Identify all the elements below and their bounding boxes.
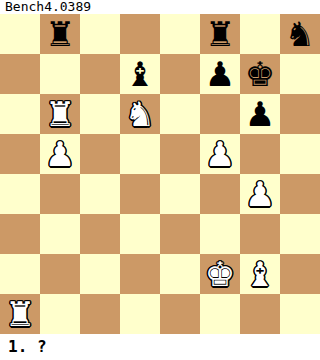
- square-e6[interactable]: [160, 94, 200, 134]
- piece-black-rook[interactable]: ♜: [205, 14, 235, 54]
- square-c7[interactable]: [80, 54, 120, 94]
- square-d5[interactable]: [120, 134, 160, 174]
- square-f5[interactable]: ♟: [200, 134, 240, 174]
- square-b6[interactable]: ♜: [40, 94, 80, 134]
- square-c3[interactable]: [80, 214, 120, 254]
- square-f1[interactable]: [200, 294, 240, 334]
- square-d6[interactable]: ♞: [120, 94, 160, 134]
- square-d3[interactable]: [120, 214, 160, 254]
- square-c1[interactable]: [80, 294, 120, 334]
- square-g7[interactable]: ♚: [240, 54, 280, 94]
- chess-board: ♜♜♞♝♟♚♜♞♟♟♟♟♚♝♜: [0, 14, 320, 334]
- square-e2[interactable]: [160, 254, 200, 294]
- square-f4[interactable]: [200, 174, 240, 214]
- square-g2[interactable]: ♝: [240, 254, 280, 294]
- square-a5[interactable]: [0, 134, 40, 174]
- chess-app-window: Bench4.0389 ♜♜♞♝♟♚♜♞♟♟♟♟♚♝♜ 1. ?: [0, 0, 320, 360]
- square-b2[interactable]: [40, 254, 80, 294]
- square-d8[interactable]: [120, 14, 160, 54]
- piece-white-knight[interactable]: ♞: [125, 94, 155, 134]
- piece-black-rook[interactable]: ♜: [45, 14, 75, 54]
- piece-black-pawn[interactable]: ♟: [205, 54, 235, 94]
- square-h2[interactable]: [280, 254, 320, 294]
- piece-white-rook[interactable]: ♜: [5, 294, 35, 334]
- square-c8[interactable]: [80, 14, 120, 54]
- piece-black-knight[interactable]: ♞: [285, 14, 315, 54]
- square-h4[interactable]: [280, 174, 320, 214]
- square-h3[interactable]: [280, 214, 320, 254]
- square-c6[interactable]: [80, 94, 120, 134]
- square-e7[interactable]: [160, 54, 200, 94]
- square-g5[interactable]: [240, 134, 280, 174]
- piece-black-king[interactable]: ♚: [245, 54, 275, 94]
- square-e8[interactable]: [160, 14, 200, 54]
- square-a7[interactable]: [0, 54, 40, 94]
- square-a6[interactable]: [0, 94, 40, 134]
- square-g4[interactable]: ♟: [240, 174, 280, 214]
- square-h5[interactable]: [280, 134, 320, 174]
- square-b1[interactable]: [40, 294, 80, 334]
- square-g8[interactable]: [240, 14, 280, 54]
- square-c4[interactable]: [80, 174, 120, 214]
- piece-white-rook[interactable]: ♜: [45, 94, 75, 134]
- piece-white-pawn[interactable]: ♟: [245, 174, 275, 214]
- square-b4[interactable]: [40, 174, 80, 214]
- square-a3[interactable]: [0, 214, 40, 254]
- square-b5[interactable]: ♟: [40, 134, 80, 174]
- square-f8[interactable]: ♜: [200, 14, 240, 54]
- piece-black-pawn[interactable]: ♟: [245, 94, 275, 134]
- square-a4[interactable]: [0, 174, 40, 214]
- piece-black-bishop[interactable]: ♝: [125, 54, 155, 94]
- square-f7[interactable]: ♟: [200, 54, 240, 94]
- square-f6[interactable]: [200, 94, 240, 134]
- square-h6[interactable]: [280, 94, 320, 134]
- square-g1[interactable]: [240, 294, 280, 334]
- square-e1[interactable]: [160, 294, 200, 334]
- square-c2[interactable]: [80, 254, 120, 294]
- move-prompt: 1. ?: [0, 334, 320, 360]
- piece-white-bishop[interactable]: ♝: [245, 254, 275, 294]
- square-d1[interactable]: [120, 294, 160, 334]
- square-d7[interactable]: ♝: [120, 54, 160, 94]
- square-e3[interactable]: [160, 214, 200, 254]
- square-e4[interactable]: [160, 174, 200, 214]
- square-b7[interactable]: [40, 54, 80, 94]
- square-f3[interactable]: [200, 214, 240, 254]
- square-h8[interactable]: ♞: [280, 14, 320, 54]
- square-h1[interactable]: [280, 294, 320, 334]
- piece-white-king[interactable]: ♚: [205, 254, 235, 294]
- square-a2[interactable]: [0, 254, 40, 294]
- square-a1[interactable]: ♜: [0, 294, 40, 334]
- square-h7[interactable]: [280, 54, 320, 94]
- square-a8[interactable]: [0, 14, 40, 54]
- square-b3[interactable]: [40, 214, 80, 254]
- piece-white-pawn[interactable]: ♟: [45, 134, 75, 174]
- square-f2[interactable]: ♚: [200, 254, 240, 294]
- square-e5[interactable]: [160, 134, 200, 174]
- square-g6[interactable]: ♟: [240, 94, 280, 134]
- window-title: Bench4.0389: [0, 0, 320, 14]
- square-d2[interactable]: [120, 254, 160, 294]
- square-g3[interactable]: [240, 214, 280, 254]
- square-d4[interactable]: [120, 174, 160, 214]
- square-c5[interactable]: [80, 134, 120, 174]
- piece-white-pawn[interactable]: ♟: [205, 134, 235, 174]
- square-b8[interactable]: ♜: [40, 14, 80, 54]
